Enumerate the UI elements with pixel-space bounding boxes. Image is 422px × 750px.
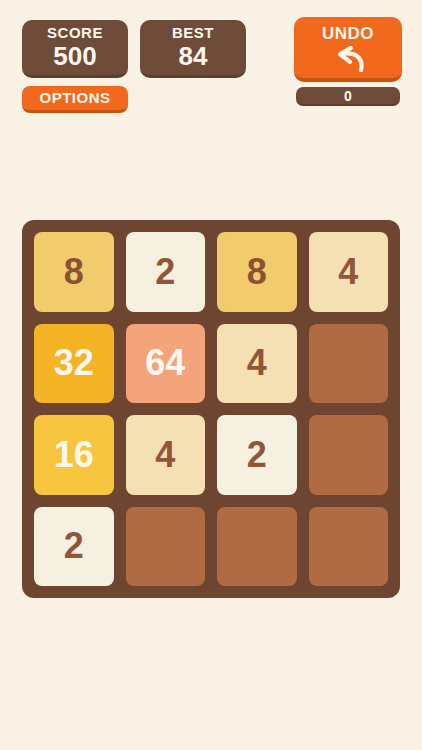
score-box: SCORE 500 [22, 20, 128, 78]
tile-4: 4 [126, 415, 206, 495]
tile-2: 2 [34, 507, 114, 587]
empty-cell [309, 415, 389, 495]
undo-button[interactable]: UNDO [294, 17, 402, 82]
best-box: BEST 84 [140, 20, 246, 78]
game-board[interactable]: 82843264416422 [22, 220, 400, 598]
score-label: SCORE [47, 24, 103, 42]
tile-2: 2 [217, 415, 297, 495]
empty-cell [217, 507, 297, 587]
best-label: BEST [172, 24, 214, 42]
tile-2: 2 [126, 232, 206, 312]
undo-arrow-icon [327, 46, 369, 72]
options-button-label: OPTIONS [39, 89, 110, 106]
empty-cell [309, 507, 389, 587]
tile-8: 8 [217, 232, 297, 312]
tile-16: 16 [34, 415, 114, 495]
undo-counter: 0 [296, 87, 400, 106]
game-2048-screen: SCORE 500 BEST 84 OPTIONS UNDO 0 8284326… [0, 0, 422, 750]
tile-64: 64 [126, 324, 206, 404]
tile-4: 4 [309, 232, 389, 312]
best-value: 84 [179, 42, 208, 71]
undo-count-value: 0 [344, 88, 352, 104]
empty-cell [126, 507, 206, 587]
undo-button-label: UNDO [322, 24, 374, 44]
empty-cell [309, 324, 389, 404]
tile-8: 8 [34, 232, 114, 312]
tile-4: 4 [217, 324, 297, 404]
options-button[interactable]: OPTIONS [22, 86, 128, 113]
score-value: 500 [53, 42, 96, 71]
tile-32: 32 [34, 324, 114, 404]
